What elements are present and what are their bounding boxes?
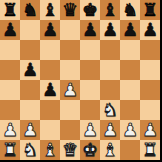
square-f1[interactable]: ♝ xyxy=(100,140,120,160)
black-rook[interactable]: ♜ xyxy=(0,0,20,20)
square-c3[interactable] xyxy=(40,100,60,120)
white-queen[interactable]: ♛ xyxy=(60,140,80,160)
white-knight[interactable]: ♞ xyxy=(100,100,120,120)
square-b8[interactable]: ♞ xyxy=(20,0,40,20)
square-h1[interactable]: ♜ xyxy=(140,140,160,160)
white-knight[interactable]: ♞ xyxy=(20,140,40,160)
square-a7[interactable]: ♟ xyxy=(0,20,20,40)
square-a1[interactable]: ♜ xyxy=(0,140,20,160)
square-a6[interactable] xyxy=(0,40,20,60)
square-c7[interactable]: ♟ xyxy=(40,20,60,40)
square-a4[interactable] xyxy=(0,80,20,100)
square-h4[interactable] xyxy=(140,80,160,100)
square-g4[interactable] xyxy=(120,80,140,100)
black-bishop[interactable]: ♝ xyxy=(40,0,60,20)
square-e3[interactable] xyxy=(80,100,100,120)
square-e6[interactable] xyxy=(80,40,100,60)
square-d4[interactable]: ♟ xyxy=(60,80,80,100)
black-bishop[interactable]: ♝ xyxy=(100,0,120,20)
square-d2[interactable] xyxy=(60,120,80,140)
square-f6[interactable] xyxy=(100,40,120,60)
black-pawn[interactable]: ♟ xyxy=(120,20,140,40)
square-f2[interactable]: ♟ xyxy=(100,120,120,140)
square-f4[interactable] xyxy=(100,80,120,100)
square-b3[interactable] xyxy=(20,100,40,120)
black-pawn[interactable]: ♟ xyxy=(140,20,160,40)
square-b6[interactable] xyxy=(20,40,40,60)
black-pawn[interactable]: ♟ xyxy=(0,20,20,40)
board-frame: ♜♞♝♛♚♝♞♜♟♟♟♟♟♟♟♟♟♞♟♟♟♟♟♟♜♞♝♛♚♝♜ xyxy=(0,0,162,162)
black-pawn[interactable]: ♟ xyxy=(40,80,60,100)
black-pawn[interactable]: ♟ xyxy=(20,60,40,80)
black-pawn[interactable]: ♟ xyxy=(40,20,60,40)
white-pawn[interactable]: ♟ xyxy=(0,120,20,140)
square-f8[interactable]: ♝ xyxy=(100,0,120,20)
square-a2[interactable]: ♟ xyxy=(0,120,20,140)
square-e4[interactable] xyxy=(80,80,100,100)
square-b1[interactable]: ♞ xyxy=(20,140,40,160)
black-knight[interactable]: ♞ xyxy=(120,0,140,20)
white-pawn[interactable]: ♟ xyxy=(120,120,140,140)
square-f7[interactable]: ♟ xyxy=(100,20,120,40)
black-knight[interactable]: ♞ xyxy=(20,0,40,20)
square-e7[interactable]: ♟ xyxy=(80,20,100,40)
square-c6[interactable] xyxy=(40,40,60,60)
white-bishop[interactable]: ♝ xyxy=(40,140,60,160)
white-king[interactable]: ♚ xyxy=(80,140,100,160)
square-d8[interactable]: ♛ xyxy=(60,0,80,20)
black-pawn[interactable]: ♟ xyxy=(80,20,100,40)
white-rook[interactable]: ♜ xyxy=(140,140,160,160)
square-e8[interactable]: ♚ xyxy=(80,0,100,20)
white-pawn[interactable]: ♟ xyxy=(80,120,100,140)
black-rook[interactable]: ♜ xyxy=(140,0,160,20)
square-h6[interactable] xyxy=(140,40,160,60)
square-d6[interactable] xyxy=(60,40,80,60)
black-queen[interactable]: ♛ xyxy=(60,0,80,20)
square-e2[interactable]: ♟ xyxy=(80,120,100,140)
square-b5[interactable]: ♟ xyxy=(20,60,40,80)
chess-board: ♜♞♝♛♚♝♞♜♟♟♟♟♟♟♟♟♟♞♟♟♟♟♟♟♜♞♝♛♚♝♜ xyxy=(0,0,160,160)
square-c5[interactable] xyxy=(40,60,60,80)
square-d7[interactable] xyxy=(60,20,80,40)
square-e1[interactable]: ♚ xyxy=(80,140,100,160)
square-b7[interactable] xyxy=(20,20,40,40)
white-bishop[interactable]: ♝ xyxy=(100,140,120,160)
square-f3[interactable]: ♞ xyxy=(100,100,120,120)
square-h7[interactable]: ♟ xyxy=(140,20,160,40)
square-e5[interactable] xyxy=(80,60,100,80)
square-a8[interactable]: ♜ xyxy=(0,0,20,20)
square-g8[interactable]: ♞ xyxy=(120,0,140,20)
white-pawn[interactable]: ♟ xyxy=(140,120,160,140)
square-a3[interactable] xyxy=(0,100,20,120)
square-d1[interactable]: ♛ xyxy=(60,140,80,160)
square-c1[interactable]: ♝ xyxy=(40,140,60,160)
square-f5[interactable] xyxy=(100,60,120,80)
square-h2[interactable]: ♟ xyxy=(140,120,160,140)
square-g6[interactable] xyxy=(120,40,140,60)
square-c8[interactable]: ♝ xyxy=(40,0,60,20)
square-h5[interactable] xyxy=(140,60,160,80)
square-b2[interactable]: ♟ xyxy=(20,120,40,140)
square-c4[interactable]: ♟ xyxy=(40,80,60,100)
white-rook[interactable]: ♜ xyxy=(0,140,20,160)
square-d5[interactable] xyxy=(60,60,80,80)
square-a5[interactable] xyxy=(0,60,20,80)
square-g5[interactable] xyxy=(120,60,140,80)
square-g1[interactable] xyxy=(120,140,140,160)
white-pawn[interactable]: ♟ xyxy=(20,120,40,140)
black-king[interactable]: ♚ xyxy=(80,0,100,20)
square-b4[interactable] xyxy=(20,80,40,100)
white-pawn[interactable]: ♟ xyxy=(60,80,80,100)
square-c2[interactable] xyxy=(40,120,60,140)
square-d3[interactable] xyxy=(60,100,80,120)
square-g2[interactable]: ♟ xyxy=(120,120,140,140)
square-g7[interactable]: ♟ xyxy=(120,20,140,40)
white-pawn[interactable]: ♟ xyxy=(100,120,120,140)
square-h3[interactable] xyxy=(140,100,160,120)
square-h8[interactable]: ♜ xyxy=(140,0,160,20)
black-pawn[interactable]: ♟ xyxy=(100,20,120,40)
square-g3[interactable] xyxy=(120,100,140,120)
